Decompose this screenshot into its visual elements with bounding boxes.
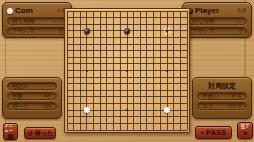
match-settings-panel: 対局設定 手合い 互先 コミ 6目半 bbox=[192, 77, 252, 119]
placement-cursor-Q16 bbox=[164, 27, 171, 34]
pass-button[interactable]: ● PASS bbox=[195, 126, 232, 139]
game-info-panel: 秒読み -- 手数 4手 待った 0回 bbox=[2, 77, 62, 119]
undo-count-field: 待った 0回 bbox=[7, 102, 57, 110]
white-stone-D4 bbox=[84, 107, 90, 113]
handicap-field: 手合い 互先 bbox=[197, 92, 247, 100]
star-point bbox=[126, 109, 128, 111]
komi-field: コミ 6目半 bbox=[197, 102, 247, 110]
handicap-value: 互先 bbox=[231, 93, 242, 100]
menu-button[interactable]: メニュー ▦ bbox=[3, 123, 18, 140]
byoyomi-value: -- bbox=[48, 83, 52, 90]
grid-line bbox=[67, 77, 187, 78]
undo-button-label: 待った bbox=[35, 129, 53, 138]
grid-line bbox=[67, 116, 187, 117]
grid-line bbox=[67, 90, 187, 91]
player-captures-value: 0 bbox=[239, 28, 242, 35]
grid-line bbox=[133, 11, 134, 130]
undo-button[interactable]: ↺ 待った bbox=[24, 127, 56, 139]
black-stone-D16 bbox=[84, 28, 90, 34]
resign-stone-icon: ● bbox=[243, 129, 247, 137]
com-player-panel: Com 白番 持ち時間 --:-- アゲハマ 0 bbox=[2, 2, 72, 38]
komi-label: コミ bbox=[202, 103, 213, 110]
human-player-panel: Player 先番 持ち時間 --:-- アゲハマ 0 bbox=[182, 2, 252, 38]
move-count-value: 4手 bbox=[43, 93, 52, 100]
player-captures-label: アゲハマ bbox=[192, 28, 215, 35]
byoyomi-field: 秒読み -- bbox=[7, 82, 57, 90]
grid-line bbox=[160, 11, 161, 130]
grid-line bbox=[187, 11, 188, 130]
handicap-label: 手合い bbox=[202, 93, 219, 100]
go-board[interactable] bbox=[64, 8, 190, 133]
grid-line bbox=[67, 83, 187, 84]
com-time-label: 持ち時間 bbox=[12, 18, 34, 25]
com-name: Com bbox=[15, 6, 33, 15]
pass-button-label: PASS bbox=[206, 129, 227, 136]
com-time-field: 持ち時間 --:-- bbox=[7, 17, 67, 25]
resign-button[interactable]: 投了 ● bbox=[237, 122, 253, 139]
grid-line bbox=[140, 11, 141, 130]
player-time-value: --:-- bbox=[233, 18, 242, 25]
grid-line bbox=[67, 130, 187, 131]
byoyomi-label: 秒読み bbox=[12, 83, 29, 90]
player-time-field: 持ち時間 --:-- bbox=[187, 17, 247, 25]
komi-value: 6目半 bbox=[228, 103, 242, 110]
white-stone-icon bbox=[7, 8, 13, 14]
move-count-label: 手数 bbox=[12, 93, 23, 100]
undo-count-value: 0回 bbox=[43, 103, 52, 110]
player-panel-header: Player 先番 bbox=[187, 6, 247, 15]
player-captures-field: アゲハマ 0 bbox=[187, 27, 247, 35]
star-point bbox=[166, 70, 168, 72]
player-time-label: 持ち時間 bbox=[192, 18, 214, 25]
com-captures-value: 0 bbox=[59, 28, 62, 35]
move-count-field: 手数 4手 bbox=[7, 92, 57, 100]
undo-arrow-icon: ↺ bbox=[27, 130, 33, 137]
white-stone-Q4 bbox=[164, 107, 170, 113]
pass-stone-icon: ● bbox=[200, 130, 204, 135]
grid-line bbox=[67, 123, 187, 124]
menu-button-label: メニュー bbox=[4, 123, 17, 133]
com-time-value: --:-- bbox=[53, 18, 62, 25]
goban-grid bbox=[67, 11, 187, 130]
go-game-screen: Com 白番 持ち時間 --:-- アゲハマ 0 Player 先番 持ち時間 … bbox=[0, 0, 254, 142]
com-captures-field: アゲハマ 0 bbox=[7, 27, 67, 35]
player-turn-label: 先番 bbox=[237, 6, 247, 15]
black-stone-K16 bbox=[124, 28, 130, 34]
settings-title: 対局設定 bbox=[197, 81, 247, 90]
star-point bbox=[86, 70, 88, 72]
undo-count-label: 待った bbox=[12, 103, 29, 110]
com-captures-label: アゲハマ bbox=[12, 28, 35, 35]
star-point bbox=[126, 70, 128, 72]
grid-line bbox=[173, 11, 174, 130]
grid-line bbox=[67, 96, 187, 97]
com-panel-header: Com 白番 bbox=[7, 6, 67, 15]
grid-line bbox=[67, 103, 187, 104]
grid-icon: ▦ bbox=[7, 133, 14, 141]
grid-line bbox=[180, 11, 181, 130]
grid-line bbox=[146, 11, 147, 130]
grid-line bbox=[153, 11, 154, 130]
player-name: Player bbox=[195, 6, 219, 15]
